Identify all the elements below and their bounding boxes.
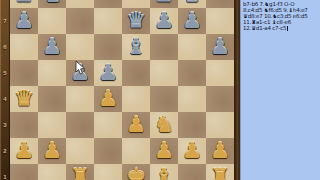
square-g8[interactable]: ♚ xyxy=(178,0,206,8)
square-a5[interactable] xyxy=(10,60,38,86)
square-a6[interactable] xyxy=(10,34,38,60)
square-b1[interactable] xyxy=(38,164,66,180)
piece-black-rook-f8[interactable]: ♜ xyxy=(154,0,174,8)
square-e8[interactable] xyxy=(122,0,150,8)
square-f7[interactable]: ♟ xyxy=(150,8,178,34)
square-d1[interactable] xyxy=(94,164,122,180)
square-e1[interactable]: ♚ xyxy=(122,164,150,180)
square-h7[interactable] xyxy=(206,8,234,34)
square-c7[interactable] xyxy=(66,8,94,34)
square-e4[interactable] xyxy=(122,86,150,112)
rank-label-1: 1 xyxy=(0,164,10,180)
piece-black-pawn-g7[interactable]: ♟ xyxy=(182,8,202,34)
square-b6[interactable]: ♟ xyxy=(38,34,66,60)
piece-white-pawn-f2[interactable]: ♟ xyxy=(154,138,174,164)
square-e5[interactable] xyxy=(122,60,150,86)
piece-white-pawn-g2[interactable]: ♟ xyxy=(182,138,202,164)
square-a7[interactable]: ♟ xyxy=(10,8,38,34)
square-g3[interactable] xyxy=(178,112,206,138)
rank-label-7: 7 xyxy=(0,8,10,34)
rank-label-2: 2 xyxy=(0,138,10,164)
square-c1[interactable]: ♜ xyxy=(66,164,94,180)
piece-black-pawn-b6[interactable]: ♟ xyxy=(42,34,62,60)
square-d7[interactable] xyxy=(94,8,122,34)
square-a8[interactable]: ♜ xyxy=(10,0,38,8)
square-b5[interactable] xyxy=(38,60,66,86)
square-f5[interactable] xyxy=(150,60,178,86)
square-h6[interactable]: ♟ xyxy=(206,34,234,60)
piece-white-knight-f3[interactable]: ♞ xyxy=(154,112,174,138)
square-h8[interactable] xyxy=(206,0,234,8)
square-h3[interactable] xyxy=(206,112,234,138)
square-b7[interactable] xyxy=(38,8,66,34)
piece-white-queen-a4[interactable]: ♛ xyxy=(14,86,34,112)
square-a1[interactable] xyxy=(10,164,38,180)
piece-white-rook-c1[interactable]: ♜ xyxy=(70,164,90,180)
piece-white-pawn-d4[interactable]: ♟ xyxy=(98,86,118,112)
square-h4[interactable] xyxy=(206,86,234,112)
piece-black-knight-b8[interactable]: ♞ xyxy=(42,0,62,8)
square-f8[interactable]: ♜ xyxy=(150,0,178,8)
square-d6[interactable] xyxy=(94,34,122,60)
rank-label-4: 4 xyxy=(0,86,10,112)
square-c8[interactable] xyxy=(66,0,94,8)
square-d8[interactable] xyxy=(94,0,122,8)
square-b3[interactable] xyxy=(38,112,66,138)
rank-label-3: 3 xyxy=(0,112,10,138)
square-e6[interactable]: ♝ xyxy=(122,34,150,60)
square-b8[interactable]: ♞ xyxy=(38,0,66,8)
square-a2[interactable]: ♟ xyxy=(10,138,38,164)
piece-white-bishop-f1[interactable]: ♝ xyxy=(154,164,174,180)
piece-black-bishop-e6[interactable]: ♝ xyxy=(126,34,146,60)
piece-white-rook-h1[interactable]: ♜ xyxy=(210,164,230,180)
mouse-cursor-icon xyxy=(75,61,86,75)
square-c4[interactable] xyxy=(66,86,94,112)
rank-labels: 87654321 xyxy=(0,0,10,180)
square-g7[interactable]: ♟ xyxy=(178,8,206,34)
piece-black-rook-a8[interactable]: ♜ xyxy=(14,0,34,8)
square-h1[interactable]: ♜ xyxy=(206,164,234,180)
piece-black-pawn-a7[interactable]: ♟ xyxy=(14,8,34,34)
square-f3[interactable]: ♞ xyxy=(150,112,178,138)
square-c6[interactable] xyxy=(66,34,94,60)
square-c3[interactable] xyxy=(66,112,94,138)
rank-label-6: 6 xyxy=(0,34,10,60)
piece-white-pawn-e3[interactable]: ♟ xyxy=(126,112,146,138)
move-list: b7-b6 7.♞g1-f3 O-O8.c4:d5 ♞f6:d5 9.♝h4:e… xyxy=(243,1,319,31)
square-g6[interactable] xyxy=(178,34,206,60)
square-b2[interactable]: ♟ xyxy=(38,138,66,164)
rank-label-8: 8 xyxy=(0,0,10,8)
piece-black-pawn-f7[interactable]: ♟ xyxy=(154,8,174,34)
square-g1[interactable] xyxy=(178,164,206,180)
square-d2[interactable] xyxy=(94,138,122,164)
square-d4[interactable]: ♟ xyxy=(94,86,122,112)
square-a3[interactable] xyxy=(10,112,38,138)
square-e2[interactable] xyxy=(122,138,150,164)
piece-black-queen-e7[interactable]: ♛ xyxy=(126,8,146,34)
piece-white-pawn-b2[interactable]: ♟ xyxy=(42,138,62,164)
square-e3[interactable]: ♟ xyxy=(122,112,150,138)
square-a4[interactable]: ♛ xyxy=(10,86,38,112)
chess-board[interactable]: ♜♞♜♚♟♛♟♟♟♝♟♟♟♛♟♟♞♟♟♟♟♟♜♚♝♜ xyxy=(10,0,234,180)
piece-white-king-e1[interactable]: ♚ xyxy=(126,164,146,180)
chess-app-window: 87654321 ♜♞♜♚♟♛♟♟♟♝♟♟♟♛♟♟♞♟♟♟♟♟♜♚♝♜ b7-b… xyxy=(0,0,320,180)
square-h5[interactable] xyxy=(206,60,234,86)
square-g5[interactable] xyxy=(178,60,206,86)
square-f2[interactable]: ♟ xyxy=(150,138,178,164)
square-b4[interactable] xyxy=(38,86,66,112)
move-line-5: 12.♛d1-a4 c7-c5 xyxy=(243,25,319,31)
move-list-panel[interactable]: b7-b6 7.♞g1-f3 O-O8.c4:d5 ♞f6:d5 9.♝h4:e… xyxy=(240,0,320,180)
piece-black-pawn-h6[interactable]: ♟ xyxy=(210,34,230,60)
square-g2[interactable]: ♟ xyxy=(178,138,206,164)
piece-black-pawn-d5[interactable]: ♟ xyxy=(98,60,118,86)
square-g4[interactable] xyxy=(178,86,206,112)
rank-label-5: 5 xyxy=(0,60,10,86)
piece-white-pawn-h2[interactable]: ♟ xyxy=(210,138,230,164)
piece-black-king-g8[interactable]: ♚ xyxy=(182,0,202,8)
square-f4[interactable] xyxy=(150,86,178,112)
square-f6[interactable] xyxy=(150,34,178,60)
square-e7[interactable]: ♛ xyxy=(122,8,150,34)
square-h2[interactable]: ♟ xyxy=(206,138,234,164)
square-f1[interactable]: ♝ xyxy=(150,164,178,180)
piece-white-pawn-a2[interactable]: ♟ xyxy=(14,138,34,164)
square-d3[interactable] xyxy=(94,112,122,138)
square-d5[interactable]: ♟ xyxy=(94,60,122,86)
square-c2[interactable] xyxy=(66,138,94,164)
